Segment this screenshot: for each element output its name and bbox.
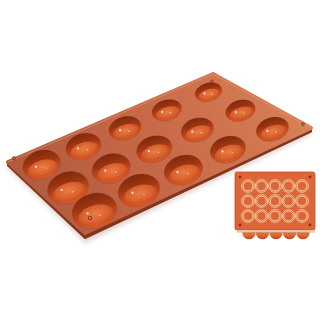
inset-mold-plan bbox=[235, 172, 315, 230]
profile-bump bbox=[270, 233, 283, 239]
profile-bump bbox=[283, 233, 296, 239]
profile-bump bbox=[297, 233, 310, 239]
corner-hole bbox=[12, 156, 16, 160]
plan-screw-hole bbox=[239, 176, 242, 179]
plan-screw-hole bbox=[239, 224, 242, 227]
hole-center bbox=[211, 80, 212, 81]
inset-top-view bbox=[235, 172, 315, 230]
corner-hole bbox=[210, 79, 213, 82]
profile-bump bbox=[243, 233, 256, 239]
hole-center bbox=[89, 217, 91, 219]
plan-screw-hole bbox=[309, 224, 312, 227]
corner-hole bbox=[88, 216, 92, 220]
product-image bbox=[0, 0, 320, 320]
inset-profile bbox=[237, 231, 315, 240]
plan-screw-hole bbox=[309, 176, 312, 179]
hole-center bbox=[13, 157, 15, 159]
hole-center bbox=[302, 123, 304, 125]
profile-bar bbox=[237, 231, 315, 233]
product-photo-canvas bbox=[0, 0, 320, 320]
profile-bump bbox=[256, 233, 269, 239]
corner-hole bbox=[301, 122, 304, 125]
